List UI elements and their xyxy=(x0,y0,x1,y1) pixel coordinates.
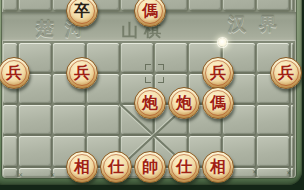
board-tile xyxy=(257,168,289,177)
piece-glyph: 炮 xyxy=(169,88,199,118)
board-tile xyxy=(291,0,293,10)
frame-carving-mark: ✕ xyxy=(50,172,55,178)
piece-red-soldier[interactable]: 兵 xyxy=(0,57,30,89)
piece-red-soldier[interactable]: 兵 xyxy=(270,57,302,89)
piece-glyph: 傌 xyxy=(135,0,165,26)
piece-glyph: 相 xyxy=(67,152,97,182)
board-tile xyxy=(189,0,221,10)
piece-red-elephant[interactable]: 相 xyxy=(202,151,234,183)
move-target-marker[interactable] xyxy=(218,38,227,47)
board-tile xyxy=(257,105,289,134)
point-marker-bracket xyxy=(145,77,151,83)
piece-red-soldier[interactable]: 兵 xyxy=(202,57,234,89)
piece-red-elephant[interactable]: 相 xyxy=(66,151,98,183)
board-tile xyxy=(53,105,85,134)
piece-glyph: 兵 xyxy=(0,58,29,88)
point-marker-bracket xyxy=(145,64,151,70)
piece-red-horse[interactable]: 傌 xyxy=(134,0,166,27)
piece-black-soldier[interactable]: 卒 xyxy=(66,0,98,27)
piece-glyph: 炮 xyxy=(135,88,165,118)
piece-red-advisor[interactable]: 仕 xyxy=(168,151,200,183)
piece-red-cannon[interactable]: 炮 xyxy=(168,87,200,119)
board-tile xyxy=(291,168,293,177)
piece-glyph: 帥 xyxy=(135,152,165,182)
piece-red-cannon[interactable]: 炮 xyxy=(134,87,166,119)
piece-glyph: 相 xyxy=(203,152,233,182)
piece-red-general[interactable]: 帥 xyxy=(134,151,166,183)
point-marker-bracket xyxy=(158,64,164,70)
piece-red-soldier[interactable]: 兵 xyxy=(66,57,98,89)
board-tile xyxy=(19,136,51,166)
piece-glyph: 兵 xyxy=(67,58,97,88)
board-tile xyxy=(257,0,289,10)
board-tile xyxy=(291,136,293,166)
board-tile xyxy=(3,168,17,177)
frame-carving-mark: ✕ xyxy=(252,169,257,175)
board-tile xyxy=(3,0,17,10)
river-text-han-jie: 汉界 xyxy=(228,12,290,36)
board-tile xyxy=(3,136,17,166)
board-tile xyxy=(257,136,289,166)
piece-glyph: 仕 xyxy=(101,152,131,182)
piece-glyph: 卒 xyxy=(67,0,97,26)
point-marker-bracket xyxy=(158,77,164,83)
piece-glyph: 兵 xyxy=(203,58,233,88)
piece-red-advisor[interactable]: 仕 xyxy=(100,151,132,183)
piece-red-horse[interactable]: 傌 xyxy=(202,87,234,119)
board-tile xyxy=(291,105,293,134)
frame-carving-mark: ✕ xyxy=(18,172,23,178)
board-tile xyxy=(87,105,119,134)
piece-glyph: 兵 xyxy=(271,58,301,88)
board-tile xyxy=(19,168,51,177)
board-tile xyxy=(223,0,255,10)
board-tile xyxy=(19,105,51,134)
board-tile xyxy=(19,0,51,10)
piece-glyph: 仕 xyxy=(169,152,199,182)
xiangqi-app-screen: 楚河 汉界 山棋 ✕✕✕✕ 卒傌兵兵兵兵炮炮傌相仕帥仕相 xyxy=(0,0,304,190)
board-tile xyxy=(3,105,17,134)
frame-carving-mark: ✕ xyxy=(286,170,291,176)
piece-glyph: 傌 xyxy=(203,88,233,118)
